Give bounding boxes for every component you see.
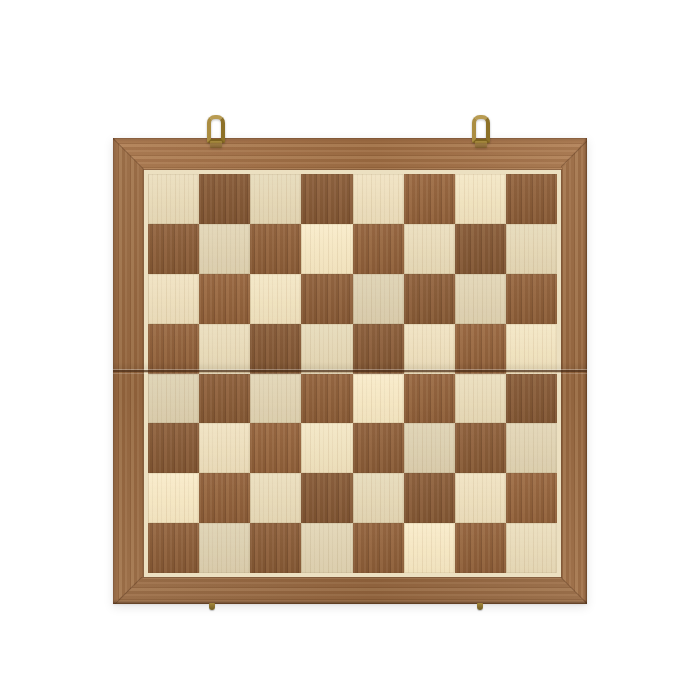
square-d7[interactable]: [301, 224, 352, 274]
square-b1[interactable]: [199, 523, 250, 573]
square-d4[interactable]: [301, 374, 352, 424]
square-c8[interactable]: [250, 174, 301, 224]
square-f1[interactable]: [404, 523, 455, 573]
square-a2[interactable]: [148, 473, 199, 523]
square-e4[interactable]: [353, 374, 404, 424]
square-h1[interactable]: [506, 523, 557, 573]
brass-clasp-right-icon: [472, 115, 490, 143]
square-h5[interactable]: [506, 324, 557, 374]
square-b6[interactable]: [199, 274, 250, 324]
square-b7[interactable]: [199, 224, 250, 274]
square-a6[interactable]: [148, 274, 199, 324]
square-f8[interactable]: [404, 174, 455, 224]
square-b3[interactable]: [199, 423, 250, 473]
square-b2[interactable]: [199, 473, 250, 523]
brass-pin-right-icon: [477, 603, 483, 610]
square-d1[interactable]: [301, 523, 352, 573]
square-h6[interactable]: [506, 274, 557, 324]
square-h4[interactable]: [506, 374, 557, 424]
square-f2[interactable]: [404, 473, 455, 523]
square-d5[interactable]: [301, 324, 352, 374]
square-f6[interactable]: [404, 274, 455, 324]
square-f7[interactable]: [404, 224, 455, 274]
square-c4[interactable]: [250, 374, 301, 424]
square-b5[interactable]: [199, 324, 250, 374]
square-g8[interactable]: [455, 174, 506, 224]
square-d2[interactable]: [301, 473, 352, 523]
square-e1[interactable]: [353, 523, 404, 573]
chess-board: [113, 138, 587, 604]
brass-clasp-left-icon: [207, 115, 225, 143]
square-c3[interactable]: [250, 423, 301, 473]
square-a3[interactable]: [148, 423, 199, 473]
square-d3[interactable]: [301, 423, 352, 473]
square-f4[interactable]: [404, 374, 455, 424]
square-c2[interactable]: [250, 473, 301, 523]
square-c1[interactable]: [250, 523, 301, 573]
square-b4[interactable]: [199, 374, 250, 424]
square-a8[interactable]: [148, 174, 199, 224]
square-e3[interactable]: [353, 423, 404, 473]
square-a4[interactable]: [148, 374, 199, 424]
square-g7[interactable]: [455, 224, 506, 274]
square-d8[interactable]: [301, 174, 352, 224]
square-e7[interactable]: [353, 224, 404, 274]
square-c7[interactable]: [250, 224, 301, 274]
playing-area: [144, 170, 561, 577]
square-c5[interactable]: [250, 324, 301, 374]
square-f3[interactable]: [404, 423, 455, 473]
square-e8[interactable]: [353, 174, 404, 224]
square-b8[interactable]: [199, 174, 250, 224]
square-f5[interactable]: [404, 324, 455, 374]
square-h8[interactable]: [506, 174, 557, 224]
square-e2[interactable]: [353, 473, 404, 523]
square-g4[interactable]: [455, 374, 506, 424]
square-h7[interactable]: [506, 224, 557, 274]
square-e6[interactable]: [353, 274, 404, 324]
square-a5[interactable]: [148, 324, 199, 374]
square-g3[interactable]: [455, 423, 506, 473]
square-e5[interactable]: [353, 324, 404, 374]
square-g2[interactable]: [455, 473, 506, 523]
square-c6[interactable]: [250, 274, 301, 324]
square-h3[interactable]: [506, 423, 557, 473]
square-a7[interactable]: [148, 224, 199, 274]
square-h2[interactable]: [506, 473, 557, 523]
square-g1[interactable]: [455, 523, 506, 573]
square-g6[interactable]: [455, 274, 506, 324]
square-d6[interactable]: [301, 274, 352, 324]
squares-grid: [148, 174, 557, 573]
square-g5[interactable]: [455, 324, 506, 374]
square-a1[interactable]: [148, 523, 199, 573]
brass-pin-left-icon: [209, 603, 215, 610]
